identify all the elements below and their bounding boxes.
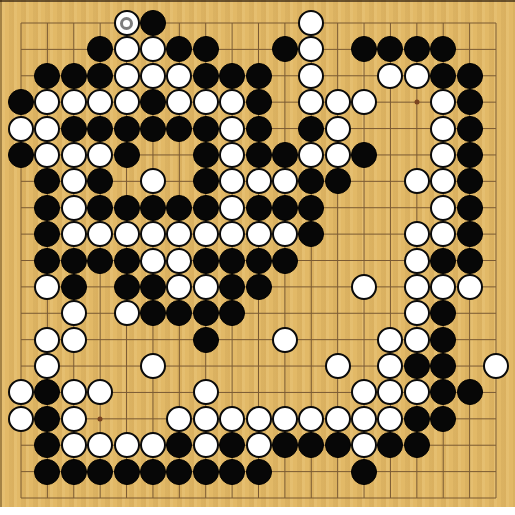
white-stone bbox=[166, 89, 192, 115]
black-stone bbox=[34, 379, 60, 405]
black-stone bbox=[114, 274, 140, 300]
black-stone bbox=[351, 459, 377, 485]
white-stone bbox=[483, 353, 509, 379]
white-stone bbox=[8, 116, 34, 142]
white-stone bbox=[34, 327, 60, 353]
black-stone bbox=[114, 116, 140, 142]
white-stone bbox=[377, 379, 403, 405]
black-stone bbox=[61, 248, 87, 274]
white-stone bbox=[114, 36, 140, 62]
black-stone bbox=[430, 300, 456, 326]
black-stone bbox=[166, 116, 192, 142]
black-stone bbox=[457, 168, 483, 194]
go-app-window bbox=[0, 0, 515, 515]
black-stone bbox=[61, 274, 87, 300]
white-stone bbox=[246, 406, 272, 432]
white-stone bbox=[298, 406, 324, 432]
black-stone bbox=[140, 116, 166, 142]
white-stone bbox=[166, 221, 192, 247]
black-stone bbox=[298, 432, 324, 458]
white-stone bbox=[457, 274, 483, 300]
white-stone bbox=[219, 195, 245, 221]
black-stone bbox=[351, 142, 377, 168]
white-stone bbox=[114, 63, 140, 89]
black-stone bbox=[87, 36, 113, 62]
black-stone bbox=[325, 432, 351, 458]
white-stone bbox=[404, 248, 430, 274]
black-stone bbox=[246, 248, 272, 274]
white-stone bbox=[34, 353, 60, 379]
white-stone bbox=[377, 327, 403, 353]
black-stone bbox=[219, 274, 245, 300]
white-stone bbox=[87, 142, 113, 168]
white-stone bbox=[193, 406, 219, 432]
white-stone bbox=[61, 221, 87, 247]
white-stone bbox=[404, 327, 430, 353]
white-stone bbox=[140, 63, 166, 89]
black-stone bbox=[87, 195, 113, 221]
white-stone bbox=[61, 142, 87, 168]
black-stone bbox=[114, 459, 140, 485]
hoshi-point bbox=[414, 100, 419, 105]
white-stone bbox=[404, 63, 430, 89]
black-stone bbox=[87, 63, 113, 89]
black-stone bbox=[246, 195, 272, 221]
black-stone bbox=[219, 432, 245, 458]
last-move-marker bbox=[120, 17, 133, 30]
black-stone bbox=[193, 168, 219, 194]
white-stone bbox=[246, 432, 272, 458]
black-stone bbox=[272, 36, 298, 62]
black-stone bbox=[140, 195, 166, 221]
black-stone bbox=[430, 379, 456, 405]
black-stone bbox=[246, 274, 272, 300]
white-stone bbox=[298, 36, 324, 62]
white-stone bbox=[272, 327, 298, 353]
black-stone bbox=[61, 63, 87, 89]
black-stone bbox=[193, 248, 219, 274]
black-stone bbox=[404, 353, 430, 379]
black-stone bbox=[457, 379, 483, 405]
black-stone bbox=[87, 248, 113, 274]
white-stone bbox=[140, 248, 166, 274]
black-stone bbox=[140, 300, 166, 326]
white-stone bbox=[377, 406, 403, 432]
black-stone bbox=[34, 221, 60, 247]
white-stone bbox=[298, 89, 324, 115]
black-stone bbox=[140, 10, 166, 36]
black-stone bbox=[61, 116, 87, 142]
black-stone bbox=[219, 63, 245, 89]
white-stone bbox=[351, 432, 377, 458]
black-stone bbox=[404, 406, 430, 432]
black-stone bbox=[61, 459, 87, 485]
white-stone bbox=[430, 142, 456, 168]
white-stone bbox=[34, 142, 60, 168]
black-stone bbox=[457, 248, 483, 274]
black-stone bbox=[193, 63, 219, 89]
white-stone bbox=[193, 221, 219, 247]
white-stone bbox=[219, 221, 245, 247]
black-stone bbox=[8, 142, 34, 168]
black-stone bbox=[246, 142, 272, 168]
black-stone bbox=[430, 248, 456, 274]
white-stone bbox=[114, 300, 140, 326]
white-stone bbox=[193, 274, 219, 300]
white-stone bbox=[61, 195, 87, 221]
white-stone bbox=[325, 406, 351, 432]
white-stone bbox=[377, 353, 403, 379]
white-stone bbox=[430, 221, 456, 247]
black-stone bbox=[377, 36, 403, 62]
white-stone bbox=[193, 432, 219, 458]
black-stone bbox=[34, 406, 60, 432]
white-stone bbox=[61, 432, 87, 458]
white-stone bbox=[351, 89, 377, 115]
white-stone bbox=[325, 89, 351, 115]
white-stone bbox=[430, 274, 456, 300]
black-stone bbox=[430, 36, 456, 62]
black-stone bbox=[219, 248, 245, 274]
black-stone bbox=[457, 221, 483, 247]
white-stone bbox=[404, 221, 430, 247]
white-stone bbox=[140, 432, 166, 458]
white-stone bbox=[246, 221, 272, 247]
black-stone bbox=[34, 432, 60, 458]
white-stone bbox=[219, 406, 245, 432]
white-stone bbox=[114, 10, 140, 36]
white-stone bbox=[166, 406, 192, 432]
black-stone bbox=[34, 248, 60, 274]
white-stone bbox=[246, 168, 272, 194]
black-stone bbox=[219, 459, 245, 485]
black-stone bbox=[114, 142, 140, 168]
black-stone bbox=[246, 459, 272, 485]
black-stone bbox=[193, 142, 219, 168]
black-stone bbox=[298, 221, 324, 247]
black-stone bbox=[193, 36, 219, 62]
white-stone bbox=[140, 221, 166, 247]
black-stone bbox=[272, 248, 298, 274]
black-stone bbox=[430, 353, 456, 379]
black-stone bbox=[166, 459, 192, 485]
white-stone bbox=[140, 168, 166, 194]
black-stone bbox=[34, 63, 60, 89]
black-stone bbox=[457, 116, 483, 142]
white-stone bbox=[140, 353, 166, 379]
white-stone bbox=[87, 379, 113, 405]
white-stone bbox=[34, 274, 60, 300]
black-stone bbox=[298, 168, 324, 194]
white-stone bbox=[325, 353, 351, 379]
hoshi-point bbox=[98, 416, 103, 421]
black-stone bbox=[193, 459, 219, 485]
black-stone bbox=[140, 274, 166, 300]
white-stone bbox=[272, 406, 298, 432]
black-stone bbox=[404, 432, 430, 458]
white-stone bbox=[351, 406, 377, 432]
black-stone bbox=[193, 327, 219, 353]
black-stone bbox=[34, 459, 60, 485]
white-stone bbox=[193, 379, 219, 405]
white-stone bbox=[61, 379, 87, 405]
black-stone bbox=[166, 36, 192, 62]
go-board[interactable] bbox=[0, 0, 515, 515]
black-stone bbox=[457, 63, 483, 89]
white-stone bbox=[404, 168, 430, 194]
white-stone bbox=[114, 221, 140, 247]
white-stone bbox=[140, 36, 166, 62]
black-stone bbox=[272, 142, 298, 168]
white-stone bbox=[87, 221, 113, 247]
white-stone bbox=[325, 116, 351, 142]
white-stone bbox=[166, 274, 192, 300]
black-stone bbox=[430, 406, 456, 432]
black-stone bbox=[430, 327, 456, 353]
black-stone bbox=[246, 116, 272, 142]
black-stone bbox=[193, 300, 219, 326]
black-stone bbox=[219, 300, 245, 326]
white-stone bbox=[34, 116, 60, 142]
black-stone bbox=[457, 89, 483, 115]
black-stone bbox=[166, 300, 192, 326]
black-stone bbox=[298, 195, 324, 221]
white-stone bbox=[219, 89, 245, 115]
white-stone bbox=[8, 406, 34, 432]
black-stone bbox=[34, 168, 60, 194]
white-stone bbox=[298, 10, 324, 36]
black-stone bbox=[351, 36, 377, 62]
black-stone bbox=[140, 459, 166, 485]
white-stone bbox=[61, 300, 87, 326]
black-stone bbox=[272, 195, 298, 221]
white-stone bbox=[298, 142, 324, 168]
black-stone bbox=[377, 432, 403, 458]
black-stone bbox=[430, 63, 456, 89]
white-stone bbox=[430, 168, 456, 194]
black-stone bbox=[193, 116, 219, 142]
black-stone bbox=[272, 432, 298, 458]
black-stone bbox=[34, 195, 60, 221]
white-stone bbox=[61, 168, 87, 194]
white-stone bbox=[8, 379, 34, 405]
black-stone bbox=[87, 459, 113, 485]
white-stone bbox=[430, 116, 456, 142]
white-stone bbox=[219, 168, 245, 194]
white-stone bbox=[404, 274, 430, 300]
white-stone bbox=[219, 142, 245, 168]
white-stone bbox=[272, 221, 298, 247]
black-stone bbox=[166, 432, 192, 458]
white-stone bbox=[351, 379, 377, 405]
white-stone bbox=[61, 89, 87, 115]
white-stone bbox=[377, 63, 403, 89]
black-stone bbox=[404, 36, 430, 62]
white-stone bbox=[114, 89, 140, 115]
black-stone bbox=[457, 142, 483, 168]
black-stone bbox=[246, 89, 272, 115]
white-stone bbox=[166, 63, 192, 89]
black-stone bbox=[87, 168, 113, 194]
white-stone bbox=[114, 432, 140, 458]
white-stone bbox=[219, 116, 245, 142]
white-stone bbox=[166, 248, 192, 274]
black-stone bbox=[193, 195, 219, 221]
white-stone bbox=[193, 89, 219, 115]
white-stone bbox=[87, 89, 113, 115]
black-stone bbox=[457, 195, 483, 221]
white-stone bbox=[325, 142, 351, 168]
white-stone bbox=[404, 379, 430, 405]
black-stone bbox=[8, 89, 34, 115]
black-stone bbox=[114, 195, 140, 221]
black-stone bbox=[114, 248, 140, 274]
black-stone bbox=[87, 116, 113, 142]
white-stone bbox=[34, 89, 60, 115]
white-stone bbox=[87, 432, 113, 458]
white-stone bbox=[272, 168, 298, 194]
white-stone bbox=[351, 274, 377, 300]
white-stone bbox=[430, 195, 456, 221]
white-stone bbox=[61, 406, 87, 432]
black-stone bbox=[140, 89, 166, 115]
white-stone bbox=[404, 300, 430, 326]
white-stone bbox=[61, 327, 87, 353]
black-stone bbox=[325, 168, 351, 194]
black-stone bbox=[246, 63, 272, 89]
black-stone bbox=[298, 116, 324, 142]
white-stone bbox=[430, 89, 456, 115]
black-stone bbox=[166, 195, 192, 221]
white-stone bbox=[298, 63, 324, 89]
